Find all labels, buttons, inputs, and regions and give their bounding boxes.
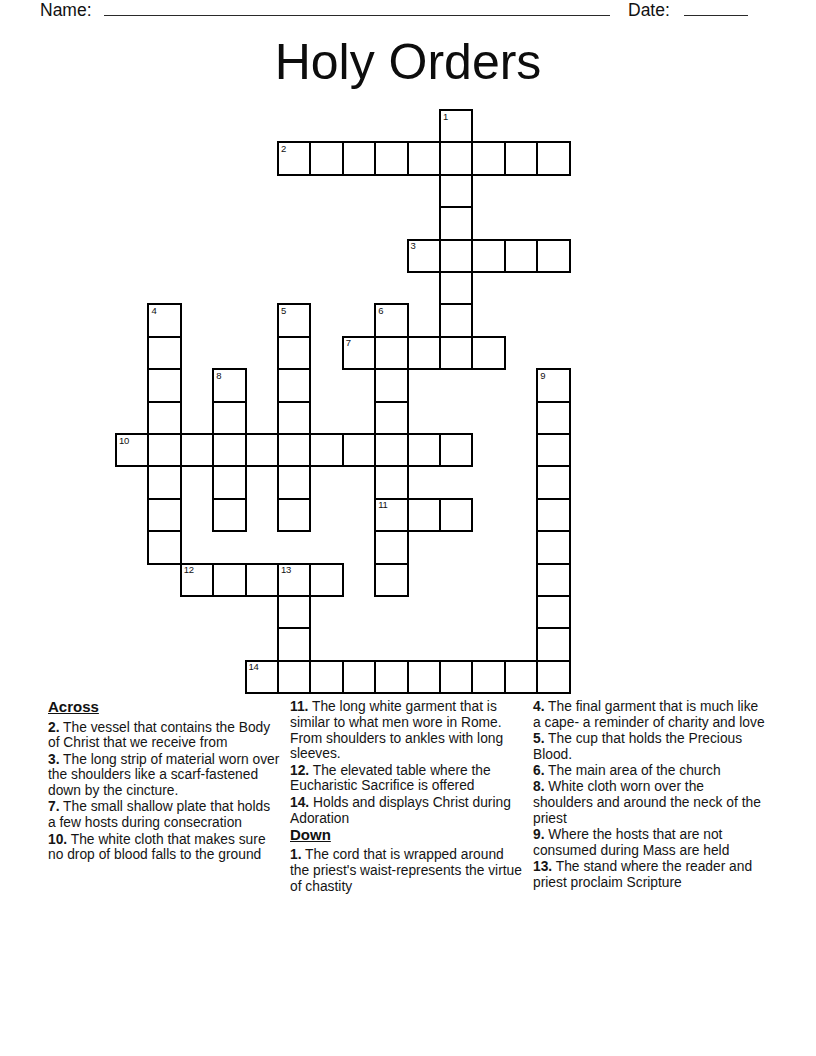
clue-column-2: 11. The long white garment that is simil… (290, 699, 523, 895)
cell-number: 11 (378, 500, 387, 510)
grid-cell-r8c1[interactable] (147, 368, 181, 402)
grid-cell-r7c1[interactable] (147, 336, 181, 370)
grid-cell-r17c5[interactable] (277, 660, 311, 694)
grid-cell-r10c7[interactable] (342, 433, 376, 467)
grid-cell-r12c10[interactable] (439, 498, 473, 532)
grid-cell-r1c13[interactable] (536, 141, 570, 175)
clue-column-1: Across2. The vessel that contains the Bo… (48, 699, 281, 864)
puzzle-title: Holy Orders (0, 33, 816, 91)
clue-across-2: 2. The vessel that contains the Body of … (48, 720, 281, 752)
grid-cell-r10c2[interactable] (180, 433, 214, 467)
grid-cell-r17c4[interactable]: 14 (245, 660, 279, 694)
clue-number: 3. (48, 752, 60, 767)
name-label: Name: (40, 0, 92, 21)
grid-cell-r10c6[interactable] (309, 433, 343, 467)
grid-cell-r4c13[interactable] (536, 239, 570, 273)
clue-number: 8. (533, 779, 545, 794)
grid-cell-r7c8[interactable] (374, 336, 408, 370)
grid-cell-r17c12[interactable] (504, 660, 538, 694)
grid-cell-r12c1[interactable] (147, 498, 181, 532)
clue-across-14: 14. Holds and displays Christ during Ado… (290, 795, 523, 827)
grid-cell-r4c11[interactable] (471, 239, 505, 273)
clue-number: 5. (533, 731, 545, 746)
grid-cell-r8c3[interactable]: 8 (212, 368, 246, 402)
grid-cell-r12c9[interactable] (407, 498, 441, 532)
grid-cell-r17c11[interactable] (471, 660, 505, 694)
cell-number: 5 (281, 306, 286, 316)
down-heading: Down (290, 827, 523, 844)
clue-number: 12. (290, 763, 309, 778)
grid-cell-r17c6[interactable] (309, 660, 343, 694)
grid-cell-r0c10[interactable]: 1 (439, 109, 473, 143)
clue-column-3: 4. The final garment that is much like a… (533, 699, 766, 892)
grid-cell-r17c9[interactable] (407, 660, 441, 694)
clue-number: 1. (290, 847, 302, 862)
grid-cell-r6c5[interactable]: 5 (277, 303, 311, 337)
grid-cell-r10c0[interactable]: 10 (115, 433, 149, 467)
grid-cell-r9c13[interactable] (536, 401, 570, 435)
crossword-grid: 1234567891011121314 (115, 109, 571, 695)
grid-cell-r14c4[interactable] (245, 563, 279, 597)
grid-cell-r9c3[interactable] (212, 401, 246, 435)
grid-cell-r14c8[interactable] (374, 563, 408, 597)
clue-down-5: 5. The cup that holds the Precious Blood… (533, 731, 766, 763)
grid-cell-r9c5[interactable] (277, 401, 311, 435)
grid-cell-r11c13[interactable] (536, 465, 570, 499)
cell-number: 1 (443, 112, 448, 122)
grid-cell-r8c13[interactable]: 9 (536, 368, 570, 402)
grid-cell-r6c10[interactable] (439, 303, 473, 337)
grid-cell-r1c5[interactable]: 2 (277, 141, 311, 175)
grid-cell-r12c8[interactable]: 11 (374, 498, 408, 532)
grid-cell-r14c6[interactable] (309, 563, 343, 597)
clue-down-6: 6. The main area of the church (533, 763, 766, 779)
grid-cell-r14c5[interactable]: 13 (277, 563, 311, 597)
grid-cell-r14c2[interactable]: 12 (180, 563, 214, 597)
grid-cell-r10c4[interactable] (245, 433, 279, 467)
clue-number: 10. (48, 832, 67, 847)
clue-down-8: 8. White cloth worn over the shoulders a… (533, 779, 766, 826)
clue-down-9: 9. Where the hosts that are not consumed… (533, 827, 766, 859)
clue-down-1: 1. The cord that is wrapped around the p… (290, 847, 523, 894)
grid-cell-r13c13[interactable] (536, 530, 570, 564)
grid-cell-r7c11[interactable] (471, 336, 505, 370)
grid-cell-r13c8[interactable] (374, 530, 408, 564)
date-label: Date: (628, 0, 670, 21)
name-fill-line[interactable] (104, 0, 610, 16)
cell-number: 6 (378, 306, 383, 316)
grid-cell-r1c11[interactable] (471, 141, 505, 175)
clue-number: 11. (290, 699, 308, 714)
clue-across-10: 10. The white cloth that makes sure no d… (48, 832, 281, 864)
grid-cell-r7c9[interactable] (407, 336, 441, 370)
grid-cell-r1c9[interactable] (407, 141, 441, 175)
cell-number: 2 (281, 144, 286, 154)
grid-cell-r1c10[interactable] (439, 141, 473, 175)
grid-cell-r10c5[interactable] (277, 433, 311, 467)
clue-across-3: 3. The long strip of material worn over … (48, 752, 281, 799)
grid-cell-r15c5[interactable] (277, 595, 311, 629)
grid-cell-r7c7[interactable]: 7 (342, 336, 376, 370)
worksheet-page: { "game": "crossword", "title": "Holy Or… (0, 0, 816, 1056)
grid-cell-r6c1[interactable]: 4 (147, 303, 181, 337)
grid-cell-r10c1[interactable] (147, 433, 181, 467)
grid-cell-r12c13[interactable] (536, 498, 570, 532)
clue-down-13: 13. The stand where the reader and pries… (533, 859, 766, 891)
grid-cell-r8c5[interactable] (277, 368, 311, 402)
grid-cell-r9c1[interactable] (147, 401, 181, 435)
grid-cell-r17c13[interactable] (536, 660, 570, 694)
clue-across-7: 7. The small shallow plate that holds a … (48, 799, 281, 831)
clue-number: 7. (48, 799, 60, 814)
cell-number: 14 (249, 662, 259, 672)
clue-number: 4. (533, 699, 545, 714)
grid-cell-r1c7[interactable] (342, 141, 376, 175)
grid-cell-r4c12[interactable] (504, 239, 538, 273)
cell-number: 8 (216, 371, 221, 381)
clue-down-4: 4. The final garment that is much like a… (533, 699, 766, 731)
grid-cell-r8c8[interactable] (374, 368, 408, 402)
grid-cell-r12c5[interactable] (277, 498, 311, 532)
grid-cell-r6c8[interactable]: 6 (374, 303, 408, 337)
clue-number: 9. (533, 827, 545, 842)
grid-cell-r10c8[interactable] (374, 433, 408, 467)
grid-cell-r3c10[interactable] (439, 206, 473, 240)
grid-cell-r10c10[interactable] (439, 433, 473, 467)
clue-number: 14. (290, 795, 309, 810)
cell-number: 10 (119, 436, 129, 446)
grid-cell-r7c5[interactable] (277, 336, 311, 370)
grid-cell-r14c13[interactable] (536, 563, 570, 597)
grid-cell-r10c3[interactable] (212, 433, 246, 467)
grid-cell-r4c9[interactable]: 3 (407, 239, 441, 273)
grid-cell-r11c3[interactable] (212, 465, 246, 499)
grid-cell-r4c10[interactable] (439, 239, 473, 273)
grid-cell-r16c5[interactable] (277, 627, 311, 661)
cell-number: 4 (151, 306, 156, 316)
grid-cell-r1c12[interactable] (504, 141, 538, 175)
grid-cell-r1c6[interactable] (309, 141, 343, 175)
cell-number: 13 (281, 565, 291, 575)
grid-cell-r16c13[interactable] (536, 627, 570, 661)
grid-cell-r10c9[interactable] (407, 433, 441, 467)
across-heading: Across (48, 699, 281, 716)
grid-cell-r11c8[interactable] (374, 465, 408, 499)
grid-cell-r14c3[interactable] (212, 563, 246, 597)
clue-number: 13. (533, 859, 552, 874)
clue-number: 6. (533, 763, 545, 778)
cell-number: 7 (346, 338, 351, 348)
grid-cell-r7c10[interactable] (439, 336, 473, 370)
grid-cell-r11c5[interactable] (277, 465, 311, 499)
clue-number: 2. (48, 720, 60, 735)
grid-cell-r2c10[interactable] (439, 174, 473, 208)
clue-across-12: 12. The elevated table where the Euchari… (290, 763, 523, 795)
grid-cell-r15c13[interactable] (536, 595, 570, 629)
grid-cell-r17c7[interactable] (342, 660, 376, 694)
grid-cell-r10c13[interactable] (536, 433, 570, 467)
grid-cell-r17c10[interactable] (439, 660, 473, 694)
cell-number: 9 (540, 371, 545, 381)
grid-cell-r13c1[interactable] (147, 530, 181, 564)
grid-cell-r17c8[interactable] (374, 660, 408, 694)
clue-across-11: 11. The long white garment that is simil… (290, 699, 523, 762)
cell-number: 3 (411, 241, 416, 251)
grid-cell-r1c8[interactable] (374, 141, 408, 175)
grid-cell-r5c10[interactable] (439, 271, 473, 305)
cell-number: 12 (184, 565, 194, 575)
date-fill-line[interactable] (684, 0, 748, 16)
grid-cell-r11c1[interactable] (147, 465, 181, 499)
grid-cell-r9c8[interactable] (374, 401, 408, 435)
grid-cell-r12c3[interactable] (212, 498, 246, 532)
